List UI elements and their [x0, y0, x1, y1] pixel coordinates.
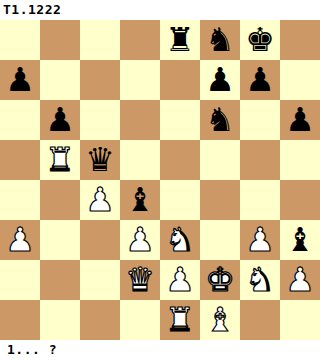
white-king-piece: ♚	[205, 260, 235, 300]
square-c5[interactable]: ♛	[80, 140, 120, 180]
white-pawn-piece: ♟	[5, 220, 35, 260]
white-pawn-piece: ♟	[285, 260, 315, 300]
square-c4[interactable]: ♟	[80, 180, 120, 220]
square-g1[interactable]	[240, 300, 280, 340]
square-c8[interactable]	[80, 20, 120, 60]
move-prompt: 1... ?	[0, 340, 320, 360]
square-b1[interactable]	[40, 300, 80, 340]
square-d6[interactable]	[120, 100, 160, 140]
square-f5[interactable]	[200, 140, 240, 180]
square-d2[interactable]: ♛	[120, 260, 160, 300]
black-knight-piece: ♞	[205, 20, 235, 60]
white-pawn-piece: ♟	[165, 260, 195, 300]
square-f1[interactable]: ♝	[200, 300, 240, 340]
square-f4[interactable]	[200, 180, 240, 220]
square-e1[interactable]: ♜	[160, 300, 200, 340]
square-c3[interactable]	[80, 220, 120, 260]
square-f8[interactable]: ♞	[200, 20, 240, 60]
square-g3[interactable]: ♟	[240, 220, 280, 260]
square-a4[interactable]	[0, 180, 40, 220]
white-pawn-piece: ♟	[125, 220, 155, 260]
black-pawn-piece: ♟	[5, 60, 35, 100]
white-pawn-piece: ♟	[85, 180, 115, 220]
square-d3[interactable]: ♟	[120, 220, 160, 260]
square-a8[interactable]	[0, 20, 40, 60]
puzzle-title: T1.1222	[0, 0, 320, 20]
black-bishop-piece: ♝	[285, 220, 315, 260]
black-rook-piece: ♜	[165, 20, 195, 60]
square-c7[interactable]	[80, 60, 120, 100]
white-bishop-piece: ♝	[205, 300, 235, 340]
square-d7[interactable]	[120, 60, 160, 100]
square-h6[interactable]: ♟	[280, 100, 320, 140]
square-h8[interactable]	[280, 20, 320, 60]
square-g8[interactable]: ♚	[240, 20, 280, 60]
square-b4[interactable]	[40, 180, 80, 220]
square-f3[interactable]	[200, 220, 240, 260]
square-c2[interactable]	[80, 260, 120, 300]
white-rook-piece: ♜	[45, 140, 75, 180]
square-h7[interactable]	[280, 60, 320, 100]
square-a3[interactable]: ♟	[0, 220, 40, 260]
square-e5[interactable]	[160, 140, 200, 180]
black-queen-piece: ♛	[85, 140, 115, 180]
white-knight-piece: ♞	[165, 220, 195, 260]
square-a2[interactable]	[0, 260, 40, 300]
square-a5[interactable]	[0, 140, 40, 180]
square-d1[interactable]	[120, 300, 160, 340]
square-b6[interactable]: ♟	[40, 100, 80, 140]
square-d4[interactable]: ♝	[120, 180, 160, 220]
square-e4[interactable]	[160, 180, 200, 220]
square-g6[interactable]	[240, 100, 280, 140]
black-pawn-piece: ♟	[285, 100, 315, 140]
square-f7[interactable]: ♟	[200, 60, 240, 100]
square-c6[interactable]	[80, 100, 120, 140]
square-g7[interactable]: ♟	[240, 60, 280, 100]
square-b3[interactable]	[40, 220, 80, 260]
black-pawn-piece: ♟	[205, 60, 235, 100]
square-e6[interactable]	[160, 100, 200, 140]
square-g4[interactable]	[240, 180, 280, 220]
square-a6[interactable]	[0, 100, 40, 140]
white-rook-piece: ♜	[165, 300, 195, 340]
square-a1[interactable]	[0, 300, 40, 340]
square-f6[interactable]: ♞	[200, 100, 240, 140]
chess-board: ♜♞♚♟♟♟♟♞♟♜♛♟♝♟♟♞♟♝♛♟♚♞♟♜♝	[0, 20, 320, 340]
white-knight-piece: ♞	[245, 260, 275, 300]
square-b8[interactable]	[40, 20, 80, 60]
white-pawn-piece: ♟	[245, 220, 275, 260]
black-pawn-piece: ♟	[245, 60, 275, 100]
square-g5[interactable]	[240, 140, 280, 180]
square-h3[interactable]: ♝	[280, 220, 320, 260]
square-g2[interactable]: ♞	[240, 260, 280, 300]
square-e7[interactable]	[160, 60, 200, 100]
square-a7[interactable]: ♟	[0, 60, 40, 100]
square-h2[interactable]: ♟	[280, 260, 320, 300]
square-h5[interactable]	[280, 140, 320, 180]
square-c1[interactable]	[80, 300, 120, 340]
black-knight-piece: ♞	[205, 100, 235, 140]
square-e3[interactable]: ♞	[160, 220, 200, 260]
square-h1[interactable]	[280, 300, 320, 340]
black-pawn-piece: ♟	[45, 100, 75, 140]
black-king-piece: ♚	[245, 20, 275, 60]
square-h4[interactable]	[280, 180, 320, 220]
black-bishop-piece: ♝	[125, 180, 155, 220]
white-queen-piece: ♛	[125, 260, 155, 300]
square-b2[interactable]	[40, 260, 80, 300]
square-e8[interactable]: ♜	[160, 20, 200, 60]
square-d5[interactable]	[120, 140, 160, 180]
square-d8[interactable]	[120, 20, 160, 60]
square-f2[interactable]: ♚	[200, 260, 240, 300]
square-e2[interactable]: ♟	[160, 260, 200, 300]
square-b5[interactable]: ♜	[40, 140, 80, 180]
square-b7[interactable]	[40, 60, 80, 100]
